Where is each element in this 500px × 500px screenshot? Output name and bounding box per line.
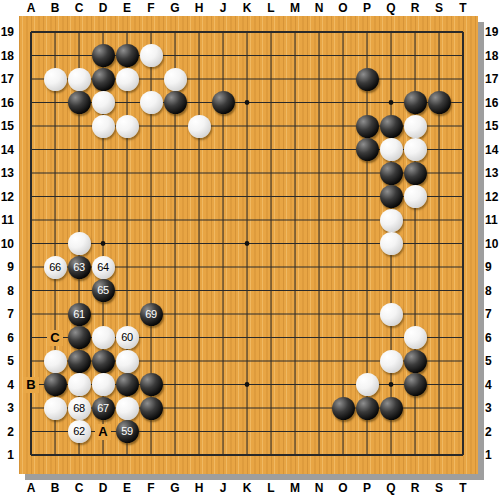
- coord-left-7: 7: [0, 307, 14, 321]
- coord-right-18: 18: [485, 49, 500, 63]
- stone-black-F7: 69: [140, 303, 163, 326]
- point-letter-C: C: [47, 330, 63, 346]
- coord-bottom-R: R: [405, 481, 425, 495]
- coord-top-G: G: [165, 1, 185, 15]
- point-letter-A: A: [95, 424, 111, 440]
- coord-top-N: N: [309, 1, 329, 15]
- go-board[interactable]: 6663646561696068676259ABC: [19, 16, 478, 474]
- stone-white-R12: [404, 185, 427, 208]
- stone-black-P17: [356, 68, 379, 91]
- coord-top-Q: Q: [381, 1, 401, 15]
- coord-bottom-N: N: [309, 481, 329, 495]
- stone-white-Q5: [380, 350, 403, 373]
- coord-right-2: 2: [485, 425, 500, 439]
- stone-white-D9: 64: [92, 256, 115, 279]
- stone-white-B5: [44, 350, 67, 373]
- stone-white-C4: [68, 373, 91, 396]
- stone-black-C6: [68, 326, 91, 349]
- stone-black-C9: 63: [68, 256, 91, 279]
- coord-left-9: 9: [0, 260, 14, 274]
- coord-bottom-M: M: [285, 481, 305, 495]
- stone-white-Q7: [380, 303, 403, 326]
- coord-top-J: J: [213, 1, 233, 15]
- coord-right-5: 5: [485, 354, 500, 368]
- coord-bottom-B: B: [45, 481, 65, 495]
- go-diagram-window: 6663646561696068676259ABC AABBCCDDEEFFGG…: [0, 0, 500, 500]
- stone-black-D17: [92, 68, 115, 91]
- coord-right-7: 7: [485, 307, 500, 321]
- coord-top-C: C: [69, 1, 89, 15]
- stone-white-E15: [116, 115, 139, 138]
- star-point-Q16: [389, 100, 394, 105]
- coord-right-12: 12: [485, 190, 500, 204]
- coord-left-14: 14: [0, 143, 14, 157]
- stone-white-B9: 66: [44, 256, 67, 279]
- stone-black-D8: 65: [92, 279, 115, 302]
- coord-left-2: 2: [0, 425, 14, 439]
- coord-right-17: 17: [485, 72, 500, 86]
- stone-black-R16: [404, 91, 427, 114]
- coord-left-12: 12: [0, 190, 14, 204]
- coord-right-10: 10: [485, 237, 500, 251]
- coord-right-4: 4: [485, 378, 500, 392]
- stone-white-D16: [92, 91, 115, 114]
- coord-left-15: 15: [0, 119, 14, 133]
- stone-white-P4: [356, 373, 379, 396]
- coord-left-1: 1: [0, 448, 14, 462]
- stone-white-Q11: [380, 209, 403, 232]
- coord-bottom-A: A: [21, 481, 41, 495]
- coord-bottom-F: F: [141, 481, 161, 495]
- stone-black-C5: [68, 350, 91, 373]
- coord-right-8: 8: [485, 284, 500, 298]
- coord-bottom-D: D: [93, 481, 113, 495]
- stone-black-R4: [404, 373, 427, 396]
- stone-white-C10: [68, 232, 91, 255]
- stone-black-F3: [140, 397, 163, 420]
- stone-black-Q15: [380, 115, 403, 138]
- coord-top-S: S: [429, 1, 449, 15]
- stone-black-E2: 59: [116, 420, 139, 443]
- stone-white-C3: 68: [68, 397, 91, 420]
- stone-black-O3: [332, 397, 355, 420]
- stone-white-E3: [116, 397, 139, 420]
- move-number-63: 63: [73, 262, 85, 273]
- coord-right-3: 3: [485, 401, 500, 415]
- stone-white-C17: [68, 68, 91, 91]
- stone-white-D4: [92, 373, 115, 396]
- coord-right-16: 16: [485, 96, 500, 110]
- coord-right-19: 19: [485, 25, 500, 39]
- stone-black-P14: [356, 138, 379, 161]
- star-point-K4: [245, 382, 250, 387]
- move-number-60: 60: [121, 332, 133, 343]
- coord-top-H: H: [189, 1, 209, 15]
- coord-right-1: 1: [485, 448, 500, 462]
- stone-black-D18: [92, 44, 115, 67]
- coord-bottom-L: L: [261, 481, 281, 495]
- stone-white-F18: [140, 44, 163, 67]
- coord-top-E: E: [117, 1, 137, 15]
- coord-top-K: K: [237, 1, 257, 15]
- coord-bottom-P: P: [357, 481, 377, 495]
- coord-bottom-O: O: [333, 481, 353, 495]
- coord-top-M: M: [285, 1, 305, 15]
- stone-white-R14: [404, 138, 427, 161]
- stone-black-J16: [212, 91, 235, 114]
- stone-black-B4: [44, 373, 67, 396]
- coord-top-L: L: [261, 1, 281, 15]
- stone-black-P15: [356, 115, 379, 138]
- stone-black-Q3: [380, 397, 403, 420]
- move-number-65: 65: [97, 285, 109, 296]
- star-point-D10: [101, 241, 106, 246]
- coord-right-14: 14: [485, 143, 500, 157]
- coord-bottom-K: K: [237, 481, 257, 495]
- move-number-69: 69: [145, 309, 157, 320]
- coord-bottom-J: J: [213, 481, 233, 495]
- coord-top-D: D: [93, 1, 113, 15]
- stone-white-F16: [140, 91, 163, 114]
- coord-top-A: A: [21, 1, 41, 15]
- stone-black-D3: 67: [92, 397, 115, 420]
- coord-left-8: 8: [0, 284, 14, 298]
- coord-left-3: 3: [0, 401, 14, 415]
- coord-bottom-T: T: [453, 481, 473, 495]
- stone-black-D5: [92, 350, 115, 373]
- coord-left-11: 11: [0, 213, 14, 227]
- stone-black-Q12: [380, 185, 403, 208]
- coord-left-16: 16: [0, 96, 14, 110]
- coord-bottom-S: S: [429, 481, 449, 495]
- stone-white-Q10: [380, 232, 403, 255]
- stone-black-C7: 61: [68, 303, 91, 326]
- stone-white-B17: [44, 68, 67, 91]
- coord-left-4: 4: [0, 378, 14, 392]
- coord-left-10: 10: [0, 237, 14, 251]
- coord-top-T: T: [453, 1, 473, 15]
- coord-right-6: 6: [485, 331, 500, 345]
- stone-white-B3: [44, 397, 67, 420]
- coord-top-F: F: [141, 1, 161, 15]
- stone-white-E6: 60: [116, 326, 139, 349]
- stone-black-G16: [164, 91, 187, 114]
- coord-bottom-H: H: [189, 481, 209, 495]
- star-point-K16: [245, 100, 250, 105]
- stone-white-C2: 62: [68, 420, 91, 443]
- stone-white-R15: [404, 115, 427, 138]
- stone-white-E5: [116, 350, 139, 373]
- stone-black-R13: [404, 162, 427, 185]
- coord-left-18: 18: [0, 49, 14, 63]
- stone-black-E18: [116, 44, 139, 67]
- stone-black-E4: [116, 373, 139, 396]
- stone-white-H15: [188, 115, 211, 138]
- coord-right-11: 11: [485, 213, 500, 227]
- stone-white-D6: [92, 326, 115, 349]
- stone-black-S16: [428, 91, 451, 114]
- move-number-66: 66: [49, 262, 61, 273]
- move-number-64: 64: [97, 262, 109, 273]
- coord-top-R: R: [405, 1, 425, 15]
- star-point-K10: [245, 241, 250, 246]
- coord-top-B: B: [45, 1, 65, 15]
- coord-left-6: 6: [0, 331, 14, 345]
- stone-white-D15: [92, 115, 115, 138]
- move-number-61: 61: [73, 309, 85, 320]
- stone-white-E17: [116, 68, 139, 91]
- coord-left-5: 5: [0, 354, 14, 368]
- move-number-62: 62: [73, 426, 85, 437]
- stone-black-P3: [356, 397, 379, 420]
- coord-left-13: 13: [0, 166, 14, 180]
- coord-right-9: 9: [485, 260, 500, 274]
- coord-left-17: 17: [0, 72, 14, 86]
- coord-bottom-G: G: [165, 481, 185, 495]
- stone-black-C16: [68, 91, 91, 114]
- coord-top-P: P: [357, 1, 377, 15]
- point-letter-B: B: [23, 377, 39, 393]
- stone-white-Q14: [380, 138, 403, 161]
- stone-black-Q13: [380, 162, 403, 185]
- stone-black-R5: [404, 350, 427, 373]
- coord-left-19: 19: [0, 25, 14, 39]
- stone-white-R6: [404, 326, 427, 349]
- coord-top-O: O: [333, 1, 353, 15]
- coord-right-15: 15: [485, 119, 500, 133]
- move-number-67: 67: [97, 403, 109, 414]
- star-point-Q4: [389, 382, 394, 387]
- stone-white-G17: [164, 68, 187, 91]
- coord-bottom-Q: Q: [381, 481, 401, 495]
- coord-bottom-C: C: [69, 481, 89, 495]
- move-number-59: 59: [121, 426, 133, 437]
- stone-black-F4: [140, 373, 163, 396]
- coord-bottom-E: E: [117, 481, 137, 495]
- move-number-68: 68: [73, 403, 85, 414]
- coord-right-13: 13: [485, 166, 500, 180]
